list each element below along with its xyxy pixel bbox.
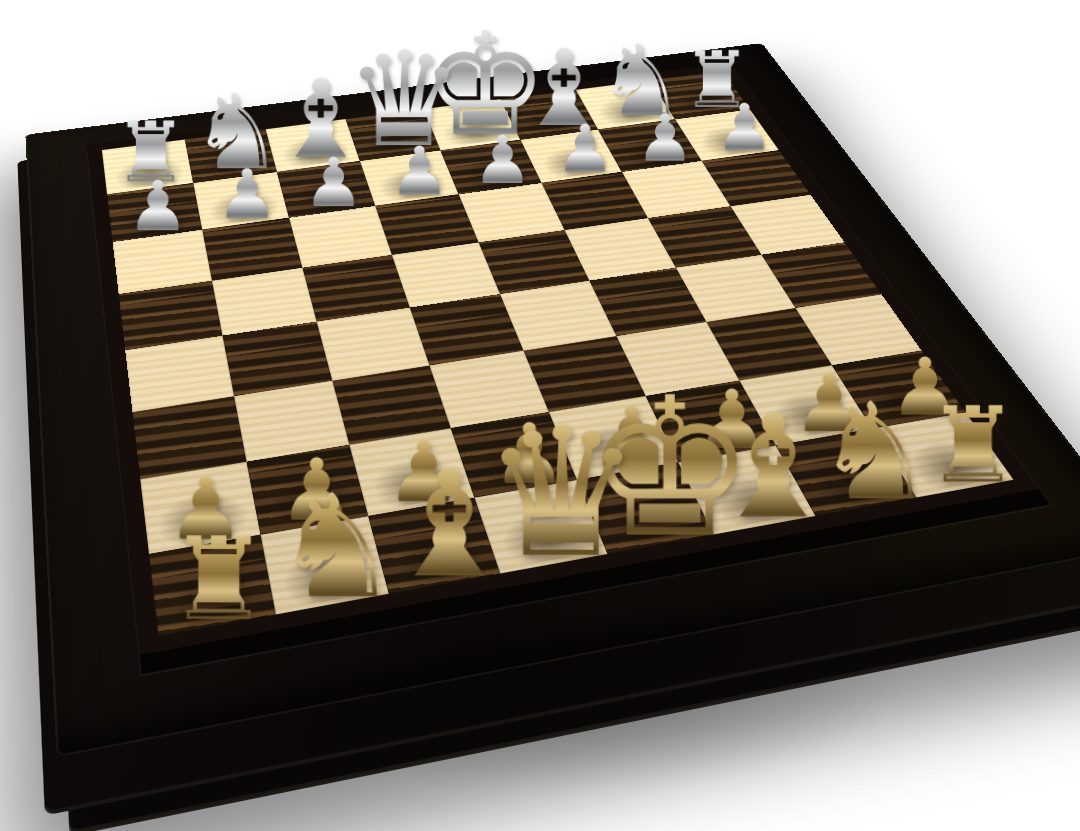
square-b5[interactable]	[211, 267, 316, 335]
chess-board-3d: ♜♞♝♛♚♝♞♜♟♟♟♟♟♟♟♟♟♟♟♟♟♟♟♟♜♞♝♛♚♝♞♜	[102, 71, 1014, 636]
square-e4[interactable]	[500, 281, 616, 351]
piece-black-pawn[interactable]: ♟	[33, 171, 283, 240]
chess-set-photo: ♜♞♝♛♚♝♞♜♟♟♟♟♟♟♟♟♟♟♟♟♟♟♟♟♜♞♝♛♚♝♞♜	[0, 0, 1080, 831]
piece-white-rook[interactable]: ♜	[54, 523, 384, 637]
square-a1[interactable]: ♜	[149, 534, 275, 636]
square-b4[interactable]	[222, 322, 332, 396]
square-a5[interactable]	[119, 281, 222, 351]
square-a7[interactable]: ♟	[107, 183, 202, 242]
square-c4[interactable]	[317, 308, 429, 381]
scene: ♜♞♝♛♚♝♞♜♟♟♟♟♟♟♟♟♟♟♟♟♟♟♟♟♜♞♝♛♚♝♞♜	[0, 0, 1080, 831]
